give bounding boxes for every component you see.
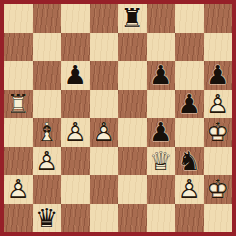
white-pawn-piece: [4, 175, 33, 204]
square-h1[interactable]: [204, 204, 233, 233]
square-b2[interactable]: [33, 175, 62, 204]
white-pawn-piece: [175, 175, 204, 204]
black-pawn-piece: [147, 61, 176, 90]
square-e3[interactable]: [118, 147, 147, 176]
square-f5[interactable]: [147, 90, 176, 119]
square-a7[interactable]: [4, 33, 33, 62]
square-c6[interactable]: [61, 61, 90, 90]
square-h3[interactable]: [204, 147, 233, 176]
square-a8[interactable]: [4, 4, 33, 33]
square-c4[interactable]: [61, 118, 90, 147]
square-e4[interactable]: [118, 118, 147, 147]
square-d6[interactable]: [90, 61, 119, 90]
square-a5[interactable]: [4, 90, 33, 119]
white-king-piece: [204, 175, 233, 204]
square-f4[interactable]: [147, 118, 176, 147]
square-b3[interactable]: [33, 147, 62, 176]
square-d7[interactable]: [90, 33, 119, 62]
black-queen-piece: [33, 204, 62, 233]
square-a4[interactable]: [4, 118, 33, 147]
square-g2[interactable]: [175, 175, 204, 204]
square-f3[interactable]: [147, 147, 176, 176]
square-h2[interactable]: [204, 175, 233, 204]
square-a1[interactable]: [4, 204, 33, 233]
square-e6[interactable]: [118, 61, 147, 90]
board-frame: [0, 0, 236, 236]
square-g7[interactable]: [175, 33, 204, 62]
black-pawn-piece: [61, 61, 90, 90]
square-g4[interactable]: [175, 118, 204, 147]
square-h8[interactable]: [204, 4, 233, 33]
white-rook-piece: [4, 90, 33, 119]
square-c2[interactable]: [61, 175, 90, 204]
white-pawn-piece: [33, 147, 62, 176]
square-b7[interactable]: [33, 33, 62, 62]
square-d3[interactable]: [90, 147, 119, 176]
square-f6[interactable]: [147, 61, 176, 90]
white-pawn-piece: [204, 90, 233, 119]
square-g5[interactable]: [175, 90, 204, 119]
square-f8[interactable]: [147, 4, 176, 33]
black-pawn-piece: [175, 90, 204, 119]
square-b6[interactable]: [33, 61, 62, 90]
square-d1[interactable]: [90, 204, 119, 233]
square-b5[interactable]: [33, 90, 62, 119]
chess-board: [4, 4, 232, 232]
white-pawn-piece: [61, 118, 90, 147]
square-a6[interactable]: [4, 61, 33, 90]
square-g1[interactable]: [175, 204, 204, 233]
black-pawn-piece: [204, 61, 233, 90]
white-bishop-piece: [33, 118, 62, 147]
square-g6[interactable]: [175, 61, 204, 90]
square-c8[interactable]: [61, 4, 90, 33]
square-d5[interactable]: [90, 90, 119, 119]
square-f2[interactable]: [147, 175, 176, 204]
square-h7[interactable]: [204, 33, 233, 62]
black-pawn-piece: [147, 118, 176, 147]
square-d4[interactable]: [90, 118, 119, 147]
square-g8[interactable]: [175, 4, 204, 33]
square-h5[interactable]: [204, 90, 233, 119]
square-d8[interactable]: [90, 4, 119, 33]
black-rook-piece: [118, 4, 147, 33]
black-king-piece: [204, 118, 233, 147]
square-c3[interactable]: [61, 147, 90, 176]
square-c7[interactable]: [61, 33, 90, 62]
square-f7[interactable]: [147, 33, 176, 62]
square-b1[interactable]: [33, 204, 62, 233]
square-a3[interactable]: [4, 147, 33, 176]
square-b8[interactable]: [33, 4, 62, 33]
black-knight-piece: [175, 147, 204, 176]
square-e7[interactable]: [118, 33, 147, 62]
square-e1[interactable]: [118, 204, 147, 233]
square-e2[interactable]: [118, 175, 147, 204]
square-h6[interactable]: [204, 61, 233, 90]
square-c5[interactable]: [61, 90, 90, 119]
square-e8[interactable]: [118, 4, 147, 33]
white-queen-piece: [147, 147, 176, 176]
square-a2[interactable]: [4, 175, 33, 204]
white-pawn-piece: [90, 118, 119, 147]
square-d2[interactable]: [90, 175, 119, 204]
square-h4[interactable]: [204, 118, 233, 147]
square-e5[interactable]: [118, 90, 147, 119]
square-b4[interactable]: [33, 118, 62, 147]
square-f1[interactable]: [147, 204, 176, 233]
square-c1[interactable]: [61, 204, 90, 233]
square-g3[interactable]: [175, 147, 204, 176]
